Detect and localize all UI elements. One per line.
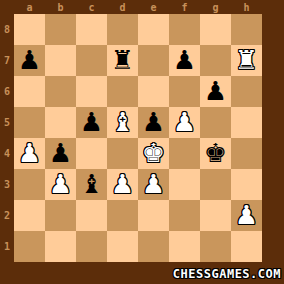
- square-h3[interactable]: [231, 169, 262, 200]
- square-a3[interactable]: [14, 169, 45, 200]
- square-h5[interactable]: [231, 107, 262, 138]
- square-e8[interactable]: [138, 14, 169, 45]
- rank-label-4: 4: [0, 138, 14, 169]
- white-pawn: ♟: [18, 140, 41, 166]
- square-b2[interactable]: [45, 200, 76, 231]
- black-pawn: ♟: [173, 47, 196, 73]
- square-g3[interactable]: [200, 169, 231, 200]
- square-g6[interactable]: ♟: [200, 76, 231, 107]
- square-c1[interactable]: [76, 231, 107, 262]
- square-f5[interactable]: ♟: [169, 107, 200, 138]
- square-g2[interactable]: [200, 200, 231, 231]
- square-d2[interactable]: [107, 200, 138, 231]
- square-f6[interactable]: [169, 76, 200, 107]
- black-pawn: ♟: [49, 140, 72, 166]
- black-pawn: ♟: [142, 109, 165, 135]
- white-pawn: ♟: [49, 171, 72, 197]
- file-label-h: h: [231, 0, 262, 15]
- square-h1[interactable]: [231, 231, 262, 262]
- square-a4[interactable]: ♟: [14, 138, 45, 169]
- square-h2[interactable]: ♟: [231, 200, 262, 231]
- square-c4[interactable]: [76, 138, 107, 169]
- square-e1[interactable]: [138, 231, 169, 262]
- square-h8[interactable]: [231, 14, 262, 45]
- square-c5[interactable]: ♟: [76, 107, 107, 138]
- square-h7[interactable]: ♜: [231, 45, 262, 76]
- square-a6[interactable]: [14, 76, 45, 107]
- black-king: ♚: [204, 140, 227, 166]
- square-b5[interactable]: [45, 107, 76, 138]
- square-h6[interactable]: [231, 76, 262, 107]
- square-d7[interactable]: ♜: [107, 45, 138, 76]
- square-c6[interactable]: [76, 76, 107, 107]
- square-d4[interactable]: [107, 138, 138, 169]
- square-c7[interactable]: [76, 45, 107, 76]
- rank-label-7: 7: [0, 45, 14, 76]
- white-pawn: ♟: [235, 202, 258, 228]
- black-pawn: ♟: [204, 78, 227, 104]
- chess-board: ♟♜♟♜♟♟♝♟♟♟♟♚♚♟♝♟♟♟: [14, 14, 262, 262]
- rank-label-5: 5: [0, 107, 14, 138]
- square-d1[interactable]: [107, 231, 138, 262]
- white-pawn: ♟: [173, 109, 196, 135]
- black-pawn: ♟: [18, 47, 41, 73]
- square-a1[interactable]: [14, 231, 45, 262]
- square-e6[interactable]: [138, 76, 169, 107]
- square-f3[interactable]: [169, 169, 200, 200]
- file-label-c: c: [76, 0, 107, 15]
- square-f1[interactable]: [169, 231, 200, 262]
- square-h4[interactable]: [231, 138, 262, 169]
- chess-diagram: abcdefgh 87654321 ♟♜♟♜♟♟♝♟♟♟♟♚♚♟♝♟♟♟ CHE…: [0, 0, 284, 284]
- file-label-b: b: [45, 0, 76, 15]
- rank-label-1: 1: [0, 231, 14, 262]
- square-g7[interactable]: [200, 45, 231, 76]
- square-a8[interactable]: [14, 14, 45, 45]
- square-b3[interactable]: ♟: [45, 169, 76, 200]
- square-f7[interactable]: ♟: [169, 45, 200, 76]
- square-e5[interactable]: ♟: [138, 107, 169, 138]
- file-label-d: d: [107, 0, 138, 15]
- watermark: CHESSGAMES.COM: [173, 267, 281, 281]
- square-b6[interactable]: [45, 76, 76, 107]
- square-d3[interactable]: ♟: [107, 169, 138, 200]
- white-pawn: ♟: [142, 171, 165, 197]
- file-label-a: a: [14, 0, 45, 15]
- square-e4[interactable]: ♚: [138, 138, 169, 169]
- square-d5[interactable]: ♝: [107, 107, 138, 138]
- square-f2[interactable]: [169, 200, 200, 231]
- square-g1[interactable]: [200, 231, 231, 262]
- square-b4[interactable]: ♟: [45, 138, 76, 169]
- black-rook: ♜: [111, 47, 134, 73]
- file-label-e: e: [138, 0, 169, 15]
- white-king: ♚: [142, 140, 165, 166]
- square-d6[interactable]: [107, 76, 138, 107]
- square-f4[interactable]: [169, 138, 200, 169]
- square-g8[interactable]: [200, 14, 231, 45]
- file-label-g: g: [200, 0, 231, 15]
- square-a2[interactable]: [14, 200, 45, 231]
- square-g4[interactable]: ♚: [200, 138, 231, 169]
- rank-label-3: 3: [0, 169, 14, 200]
- file-labels: abcdefgh: [14, 0, 262, 14]
- white-bishop: ♝: [111, 109, 134, 135]
- square-a5[interactable]: [14, 107, 45, 138]
- square-a7[interactable]: ♟: [14, 45, 45, 76]
- square-d8[interactable]: [107, 14, 138, 45]
- square-c8[interactable]: [76, 14, 107, 45]
- square-e7[interactable]: [138, 45, 169, 76]
- rank-label-6: 6: [0, 76, 14, 107]
- black-bishop: ♝: [80, 171, 103, 197]
- file-label-f: f: [169, 0, 200, 15]
- square-b8[interactable]: [45, 14, 76, 45]
- rank-label-2: 2: [0, 200, 14, 231]
- square-b7[interactable]: [45, 45, 76, 76]
- square-c2[interactable]: [76, 200, 107, 231]
- rank-label-8: 8: [0, 14, 14, 45]
- square-f8[interactable]: [169, 14, 200, 45]
- black-pawn: ♟: [80, 109, 103, 135]
- square-g5[interactable]: [200, 107, 231, 138]
- square-e2[interactable]: [138, 200, 169, 231]
- square-e3[interactable]: ♟: [138, 169, 169, 200]
- white-rook: ♜: [235, 47, 258, 73]
- square-c3[interactable]: ♝: [76, 169, 107, 200]
- white-pawn: ♟: [111, 171, 134, 197]
- square-b1[interactable]: [45, 231, 76, 262]
- rank-labels: 87654321: [0, 14, 14, 262]
